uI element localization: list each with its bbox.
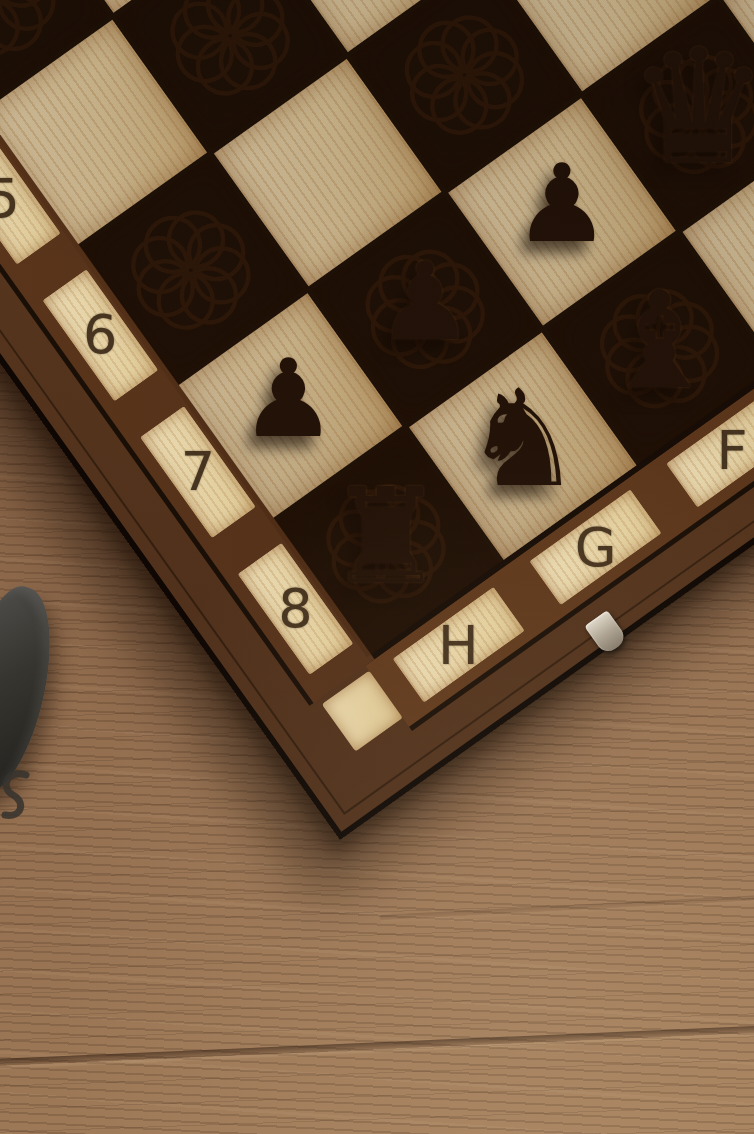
- piece-black-queen-e7: ♛: [617, 25, 754, 188]
- table-plank-seam: [0, 1024, 754, 1067]
- rank-label-6: 6: [83, 303, 117, 366]
- metal-hook-icon: [0, 768, 34, 824]
- file-label-H: H: [438, 614, 479, 677]
- table-plank-seam: [380, 891, 754, 920]
- box-clasp-icon: [584, 610, 628, 656]
- chess-board: ♟♟♟♛♜♞♝ 5678 FGH: [0, 0, 754, 840]
- file-label-G: G: [574, 516, 616, 579]
- rank-label-5: 5: [0, 167, 20, 230]
- file-label-F: F: [716, 418, 747, 481]
- table-surface: ♟♟♟♛♜♞♝ 5678 FGH: [0, 0, 754, 1134]
- piece-black-bishop-f8: ♝: [578, 259, 741, 422]
